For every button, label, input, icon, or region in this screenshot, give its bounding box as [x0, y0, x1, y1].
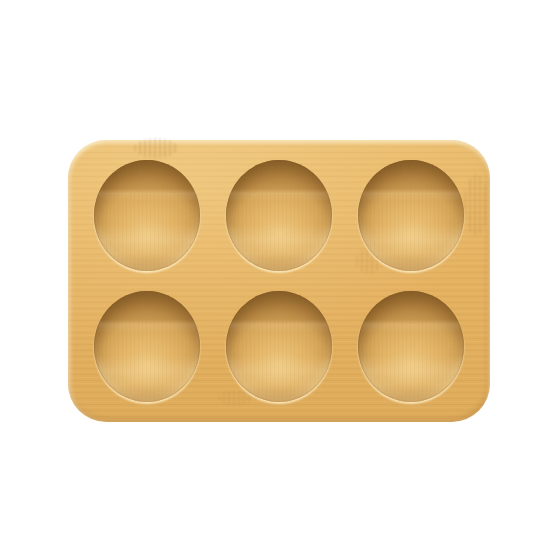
pit-grid	[68, 140, 490, 422]
scene	[0, 0, 560, 560]
mancala-tray	[68, 140, 490, 422]
pit-r1c1[interactable]	[94, 160, 200, 271]
pit-r2c2[interactable]	[226, 291, 332, 402]
pit-r2c3[interactable]	[358, 291, 464, 402]
pit-r2c1[interactable]	[94, 291, 200, 402]
pit-r1c2[interactable]	[226, 160, 332, 271]
pit-r1c3[interactable]	[358, 160, 464, 271]
